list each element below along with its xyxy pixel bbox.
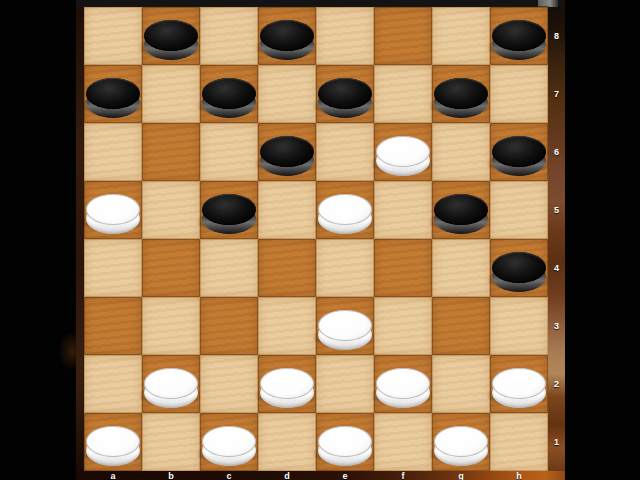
square-f7[interactable] [374,65,432,123]
piece-white-man-a5[interactable] [86,194,140,236]
square-a1[interactable] [84,413,142,471]
piece-white-man-b2[interactable] [144,368,198,410]
square-f3[interactable] [374,297,432,355]
top-border [76,0,565,7]
piece-white-man-e3[interactable] [318,310,372,352]
square-g4[interactable] [432,239,490,297]
square-b3[interactable] [142,297,200,355]
piece-white-man-e5[interactable] [318,194,372,236]
piece-top [202,194,256,225]
file-label-d: d [258,471,316,480]
square-d1[interactable] [258,413,316,471]
piece-top [434,426,488,457]
square-a8[interactable] [84,7,142,65]
square-e5[interactable] [316,181,374,239]
piece-top [202,426,256,457]
piece-top [492,136,546,167]
rank-label-1: 1 [548,413,565,471]
piece-top [86,426,140,457]
square-g7[interactable] [432,65,490,123]
rank-label-4: 4 [548,239,565,297]
piece-top [86,194,140,225]
piece-white-man-e1[interactable] [318,426,372,468]
piece-top [144,368,198,399]
piece-black-man-h8[interactable] [492,20,546,62]
square-f2[interactable] [374,355,432,413]
piece-black-man-e7[interactable] [318,78,372,120]
square-c5[interactable] [200,181,258,239]
piece-top [376,368,430,399]
rank-labels-strip: 87654321 [548,7,565,471]
file-label-f: f [374,471,432,480]
piece-black-man-h6[interactable] [492,136,546,178]
square-g5[interactable] [432,181,490,239]
piece-white-man-h2[interactable] [492,368,546,410]
file-label-c: c [200,471,258,480]
square-f8[interactable] [374,7,432,65]
square-h2[interactable] [490,355,548,413]
square-g6[interactable] [432,123,490,181]
square-a7[interactable] [84,65,142,123]
square-e2[interactable] [316,355,374,413]
square-b5[interactable] [142,181,200,239]
rank-label-8: 8 [548,7,565,65]
square-d5[interactable] [258,181,316,239]
piece-black-man-b8[interactable] [144,20,198,62]
square-h6[interactable] [490,123,548,181]
square-b8[interactable] [142,7,200,65]
piece-white-man-g1[interactable] [434,426,488,468]
square-g3[interactable] [432,297,490,355]
square-b7[interactable] [142,65,200,123]
square-g2[interactable] [432,355,490,413]
background-smudge [58,332,76,370]
piece-top [144,20,198,51]
square-d7[interactable] [258,65,316,123]
file-label-h: h [490,471,548,480]
square-g8[interactable] [432,7,490,65]
square-b2[interactable] [142,355,200,413]
piece-white-man-f2[interactable] [376,368,430,410]
piece-top [318,310,372,341]
square-h8[interactable] [490,7,548,65]
square-f5[interactable] [374,181,432,239]
square-c7[interactable] [200,65,258,123]
square-f1[interactable] [374,413,432,471]
piece-white-man-a1[interactable] [86,426,140,468]
piece-top [318,78,372,109]
piece-white-man-f6[interactable] [376,136,430,178]
piece-top [434,78,488,109]
square-h3[interactable] [490,297,548,355]
square-b6[interactable] [142,123,200,181]
square-c4[interactable] [200,239,258,297]
file-label-e: e [316,471,374,480]
piece-top [492,20,546,51]
square-a3[interactable] [84,297,142,355]
square-b4[interactable] [142,239,200,297]
file-label-a: a [84,471,142,480]
square-h4[interactable] [490,239,548,297]
board [84,7,548,471]
file-labels-strip: abcdefgh [76,471,565,480]
square-c3[interactable] [200,297,258,355]
rank-label-2: 2 [548,355,565,413]
piece-top [376,136,430,167]
piece-top [86,78,140,109]
piece-black-man-d8[interactable] [260,20,314,62]
square-d6[interactable] [258,123,316,181]
piece-top [434,194,488,225]
rank-label-7: 7 [548,65,565,123]
square-a2[interactable] [84,355,142,413]
piece-top [318,194,372,225]
square-e8[interactable] [316,7,374,65]
square-c8[interactable] [200,7,258,65]
square-h5[interactable] [490,181,548,239]
board-left-edge [76,7,84,471]
square-e1[interactable] [316,413,374,471]
square-a4[interactable] [84,239,142,297]
piece-top [260,20,314,51]
square-h7[interactable] [490,65,548,123]
piece-top [260,136,314,167]
piece-top [260,368,314,399]
top-border-gray-patch [538,0,558,7]
square-f4[interactable] [374,239,432,297]
piece-black-man-g7[interactable] [434,78,488,120]
piece-black-man-a7[interactable] [86,78,140,120]
square-e7[interactable] [316,65,374,123]
rank-label-3: 3 [548,297,565,355]
square-a6[interactable] [84,123,142,181]
rank-label-6: 6 [548,123,565,181]
square-d8[interactable] [258,7,316,65]
square-b1[interactable] [142,413,200,471]
piece-top [202,78,256,109]
square-d2[interactable] [258,355,316,413]
piece-black-man-c5[interactable] [202,194,256,236]
square-c1[interactable] [200,413,258,471]
piece-black-man-g5[interactable] [434,194,488,236]
square-e4[interactable] [316,239,374,297]
piece-black-man-h4[interactable] [492,252,546,294]
screen: 87654321 abcdefgh [0,0,640,480]
square-d3[interactable] [258,297,316,355]
square-a5[interactable] [84,181,142,239]
square-c6[interactable] [200,123,258,181]
square-d4[interactable] [258,239,316,297]
piece-black-man-d6[interactable] [260,136,314,178]
rank-label-5: 5 [548,181,565,239]
square-e3[interactable] [316,297,374,355]
piece-white-man-c1[interactable] [202,426,256,468]
file-label-g: g [432,471,490,480]
piece-top [492,252,546,283]
square-h1[interactable] [490,413,548,471]
piece-black-man-c7[interactable] [202,78,256,120]
square-e6[interactable] [316,123,374,181]
piece-white-man-d2[interactable] [260,368,314,410]
piece-top [318,426,372,457]
piece-top [492,368,546,399]
square-g1[interactable] [432,413,490,471]
file-label-b: b [142,471,200,480]
square-f6[interactable] [374,123,432,181]
square-c2[interactable] [200,355,258,413]
